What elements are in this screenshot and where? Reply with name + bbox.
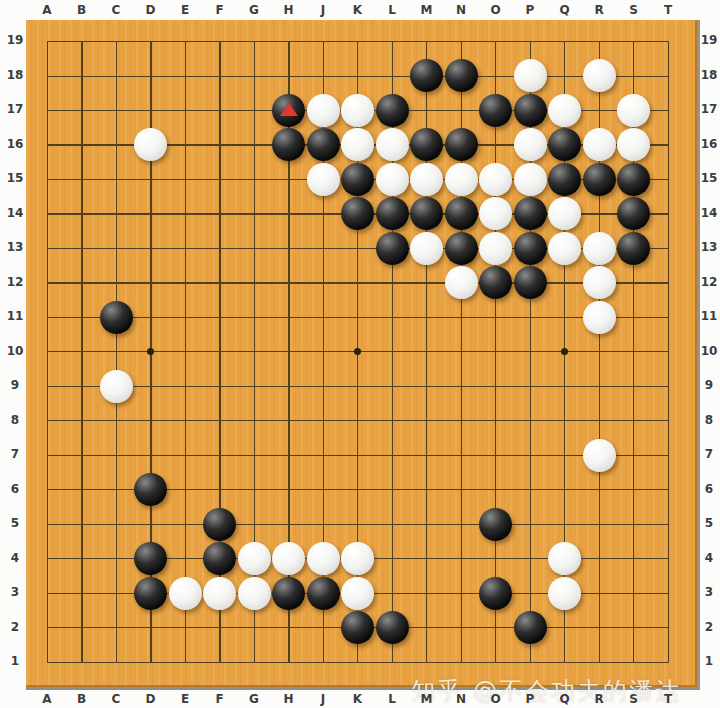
stone-white-Q17 [548, 94, 581, 127]
coord-left-17: 17 [2, 102, 28, 116]
coord-right-14: 14 [696, 206, 720, 220]
coord-bottom-R: R [594, 692, 603, 706]
coord-top-R: R [594, 3, 603, 17]
stone-white-S17 [617, 94, 650, 127]
stone-black-J3 [307, 577, 340, 610]
coord-left-1: 1 [2, 654, 28, 668]
coord-right-19: 19 [696, 33, 720, 47]
coord-left-7: 7 [2, 447, 28, 461]
coord-top-G: G [249, 3, 259, 17]
coord-left-18: 18 [2, 68, 28, 82]
stone-black-O5 [479, 508, 512, 541]
stone-white-L16 [376, 128, 409, 161]
stone-white-R18 [583, 59, 616, 92]
stone-white-G3 [238, 577, 271, 610]
coord-bottom-F: F [215, 692, 223, 706]
stone-white-N15 [445, 163, 478, 196]
stone-white-Q13 [548, 232, 581, 265]
stone-white-Q14 [548, 197, 581, 230]
coord-right-16: 16 [696, 137, 720, 151]
coord-left-4: 4 [2, 551, 28, 565]
stone-black-P14 [514, 197, 547, 230]
coord-bottom-K: K [353, 692, 362, 706]
stone-black-Q16 [548, 128, 581, 161]
coord-right-5: 5 [696, 516, 720, 530]
stone-black-O12 [479, 266, 512, 299]
coord-top-Q: Q [559, 3, 569, 17]
stone-white-N12 [445, 266, 478, 299]
coord-bottom-T: T [664, 692, 672, 706]
coord-right-8: 8 [696, 413, 720, 427]
stone-black-J16 [307, 128, 340, 161]
coord-top-C: C [112, 3, 121, 17]
stone-white-L15 [376, 163, 409, 196]
stone-black-L14 [376, 197, 409, 230]
coord-left-3: 3 [2, 585, 28, 599]
coord-bottom-G: G [249, 692, 259, 706]
stone-white-O13 [479, 232, 512, 265]
stone-white-O14 [479, 197, 512, 230]
coord-right-4: 4 [696, 551, 720, 565]
stone-black-L13 [376, 232, 409, 265]
coord-right-7: 7 [696, 447, 720, 461]
coord-top-P: P [526, 3, 535, 17]
stone-black-C11 [100, 301, 133, 334]
coord-bottom-P: P [526, 692, 535, 706]
coord-top-B: B [77, 3, 86, 17]
stone-white-P18 [514, 59, 547, 92]
coord-left-14: 14 [2, 206, 28, 220]
coord-bottom-C: C [112, 692, 121, 706]
coord-bottom-S: S [629, 692, 638, 706]
stone-white-C9 [100, 370, 133, 403]
coord-left-8: 8 [2, 413, 28, 427]
coord-right-17: 17 [696, 102, 720, 116]
stone-white-H4 [272, 542, 305, 575]
stone-white-K3 [341, 577, 374, 610]
stone-white-D16 [134, 128, 167, 161]
stone-black-K14 [341, 197, 374, 230]
coord-bottom-Q: Q [559, 692, 569, 706]
coord-left-15: 15 [2, 171, 28, 185]
stone-black-N16 [445, 128, 478, 161]
coord-bottom-A: A [42, 692, 51, 706]
stone-black-P12 [514, 266, 547, 299]
stone-white-S16 [617, 128, 650, 161]
go-board: 知乎 @不会功夫的潘达 [26, 20, 700, 690]
coord-left-12: 12 [2, 275, 28, 289]
triangle-marker-icon [280, 103, 298, 116]
stone-black-L2 [376, 611, 409, 644]
stone-black-S15 [617, 163, 650, 196]
stone-white-P16 [514, 128, 547, 161]
coord-right-15: 15 [696, 171, 720, 185]
stone-white-Q3 [548, 577, 581, 610]
stone-white-P15 [514, 163, 547, 196]
stone-white-K4 [341, 542, 374, 575]
coord-top-S: S [629, 3, 638, 17]
coord-top-K: K [353, 3, 362, 17]
stone-black-M18 [410, 59, 443, 92]
coord-top-D: D [146, 3, 156, 17]
coord-top-E: E [181, 3, 189, 17]
coord-right-9: 9 [696, 378, 720, 392]
coord-bottom-E: E [181, 692, 189, 706]
stone-black-P17 [514, 94, 547, 127]
stone-black-K15 [341, 163, 374, 196]
coord-top-M: M [421, 3, 433, 17]
stone-black-M16 [410, 128, 443, 161]
watermark-text: 知乎 @不会功夫的潘达 [411, 675, 681, 707]
coord-bottom-J: J [321, 692, 325, 706]
coord-left-13: 13 [2, 240, 28, 254]
coord-top-A: A [42, 3, 51, 17]
coord-bottom-L: L [388, 692, 396, 706]
coord-left-2: 2 [2, 620, 28, 634]
coord-right-1: 1 [696, 654, 720, 668]
coord-left-16: 16 [2, 137, 28, 151]
coord-right-18: 18 [696, 68, 720, 82]
coord-top-N: N [456, 3, 466, 17]
go-diagram: 知乎 @不会功夫的潘达 AABBCCDDEEFFGGHHJJKKLLMMNNOO… [0, 0, 720, 708]
stone-black-H3 [272, 577, 305, 610]
stone-black-M14 [410, 197, 443, 230]
stone-black-D3 [134, 577, 167, 610]
star-point-Q10 [561, 348, 568, 355]
stone-white-Q4 [548, 542, 581, 575]
coord-bottom-H: H [283, 692, 293, 706]
coord-right-2: 2 [696, 620, 720, 634]
stone-white-M13 [410, 232, 443, 265]
coord-bottom-O: O [490, 692, 500, 706]
stone-black-F4 [203, 542, 236, 575]
stone-black-F5 [203, 508, 236, 541]
stone-white-K16 [341, 128, 374, 161]
stone-white-R16 [583, 128, 616, 161]
coord-left-11: 11 [2, 309, 28, 323]
coord-right-3: 3 [696, 585, 720, 599]
coord-top-J: J [321, 3, 325, 17]
stone-white-J17 [307, 94, 340, 127]
stone-black-P13 [514, 232, 547, 265]
stone-white-F3 [203, 577, 236, 610]
stone-white-J4 [307, 542, 340, 575]
coord-top-H: H [283, 3, 293, 17]
stone-black-L17 [376, 94, 409, 127]
coord-right-12: 12 [696, 275, 720, 289]
stone-black-S13 [617, 232, 650, 265]
stone-white-O15 [479, 163, 512, 196]
coord-bottom-N: N [456, 692, 466, 706]
coord-left-9: 9 [2, 378, 28, 392]
stone-black-O3 [479, 577, 512, 610]
stone-white-G4 [238, 542, 271, 575]
star-point-D10 [147, 348, 154, 355]
stone-white-R13 [583, 232, 616, 265]
coord-top-T: T [664, 3, 672, 17]
coord-right-6: 6 [696, 482, 720, 496]
stone-black-D6 [134, 473, 167, 506]
stone-black-Q15 [548, 163, 581, 196]
stone-black-K2 [341, 611, 374, 644]
stone-black-H16 [272, 128, 305, 161]
stone-black-O17 [479, 94, 512, 127]
stone-black-R15 [583, 163, 616, 196]
coord-left-19: 19 [2, 33, 28, 47]
stone-black-H17 [272, 94, 305, 127]
stone-white-R7 [583, 439, 616, 472]
coord-bottom-M: M [421, 692, 433, 706]
stone-white-R11 [583, 301, 616, 334]
coord-left-6: 6 [2, 482, 28, 496]
stone-black-N14 [445, 197, 478, 230]
coord-top-O: O [490, 3, 500, 17]
star-point-K10 [354, 348, 361, 355]
stone-black-N13 [445, 232, 478, 265]
stone-white-J15 [307, 163, 340, 196]
stone-white-K17 [341, 94, 374, 127]
stone-black-D4 [134, 542, 167, 575]
coord-right-13: 13 [696, 240, 720, 254]
coord-right-10: 10 [696, 344, 720, 358]
coord-bottom-D: D [146, 692, 156, 706]
coord-top-F: F [215, 3, 223, 17]
stone-black-N18 [445, 59, 478, 92]
stone-white-M15 [410, 163, 443, 196]
coord-top-L: L [388, 3, 396, 17]
stone-black-P2 [514, 611, 547, 644]
stone-white-E3 [169, 577, 202, 610]
coord-left-10: 10 [2, 344, 28, 358]
coord-left-5: 5 [2, 516, 28, 530]
coord-right-11: 11 [696, 309, 720, 323]
stone-white-R12 [583, 266, 616, 299]
stone-black-S14 [617, 197, 650, 230]
coord-bottom-B: B [77, 692, 86, 706]
